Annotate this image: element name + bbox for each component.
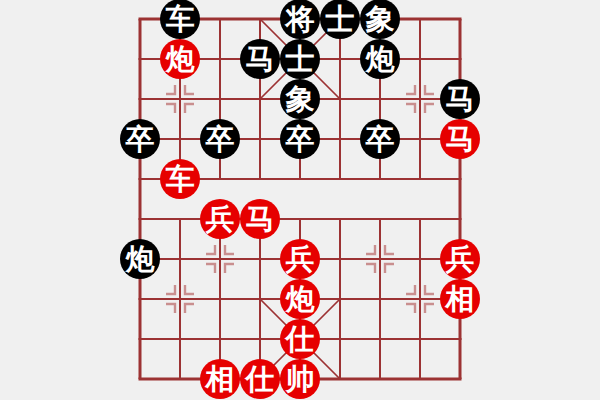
piece-black-elephant[interactable]: 象 <box>360 0 400 39</box>
piece-black-chariot[interactable]: 车 <box>160 0 200 39</box>
piece-red-cannon[interactable]: 炮 <box>280 279 320 319</box>
piece-red-soldier[interactable]: 兵 <box>440 239 480 279</box>
piece-black-general[interactable]: 将 <box>280 0 320 39</box>
piece-red-soldier[interactable]: 兵 <box>280 239 320 279</box>
piece-black-advisor[interactable]: 士 <box>280 39 320 79</box>
piece-red-horse[interactable]: 马 <box>440 119 480 159</box>
piece-black-soldier[interactable]: 卒 <box>360 119 400 159</box>
piece-red-horse[interactable]: 马 <box>240 199 280 239</box>
piece-black-cannon[interactable]: 炮 <box>120 239 160 279</box>
piece-black-soldier[interactable]: 卒 <box>280 119 320 159</box>
piece-red-elephant[interactable]: 相 <box>200 359 240 399</box>
piece-red-general[interactable]: 帅 <box>280 359 320 399</box>
piece-black-elephant[interactable]: 象 <box>280 79 320 119</box>
piece-red-elephant[interactable]: 相 <box>440 279 480 319</box>
piece-red-chariot[interactable]: 车 <box>160 159 200 199</box>
piece-red-soldier[interactable]: 兵 <box>200 199 240 239</box>
piece-red-advisor[interactable]: 仕 <box>240 359 280 399</box>
pieces-layer: 车将士象炮马士炮象马卒卒卒卒马车兵马炮兵兵炮相仕相仕帅 <box>0 0 600 400</box>
piece-red-cannon[interactable]: 炮 <box>160 39 200 79</box>
piece-black-advisor[interactable]: 士 <box>320 0 360 39</box>
piece-black-horse[interactable]: 马 <box>440 79 480 119</box>
piece-black-cannon[interactable]: 炮 <box>360 39 400 79</box>
xiangqi-board: 车将士象炮马士炮象马卒卒卒卒马车兵马炮兵兵炮相仕相仕帅 <box>0 0 600 400</box>
piece-black-horse[interactable]: 马 <box>240 39 280 79</box>
piece-black-soldier[interactable]: 卒 <box>200 119 240 159</box>
piece-red-advisor[interactable]: 仕 <box>280 319 320 359</box>
piece-black-soldier[interactable]: 卒 <box>120 119 160 159</box>
